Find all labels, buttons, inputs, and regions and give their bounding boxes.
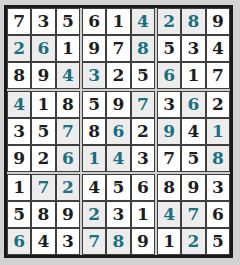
box-1: 735261894 bbox=[7, 8, 80, 89]
cell-r5c5[interactable]: 6 bbox=[106, 118, 130, 145]
cell-r9c1[interactable]: 6 bbox=[7, 228, 31, 255]
cell-r8c1[interactable]: 5 bbox=[7, 201, 31, 228]
cell-r8c5[interactable]: 3 bbox=[106, 201, 130, 228]
cell-r6c7[interactable]: 7 bbox=[157, 145, 181, 172]
cell-r3c1[interactable]: 8 bbox=[7, 62, 31, 89]
cell-r9c9[interactable]: 5 bbox=[206, 228, 230, 255]
cell-r1c2[interactable]: 3 bbox=[31, 8, 55, 35]
cell-r9c3[interactable]: 3 bbox=[56, 228, 80, 255]
box-9: 893476125 bbox=[157, 174, 230, 255]
cell-r2c8[interactable]: 3 bbox=[181, 35, 205, 62]
cell-r6c2[interactable]: 2 bbox=[31, 145, 55, 172]
cell-r3c3[interactable]: 4 bbox=[56, 62, 80, 89]
cell-r7c1[interactable]: 1 bbox=[7, 174, 31, 201]
cell-r9c5[interactable]: 8 bbox=[106, 228, 130, 255]
cell-r4c6[interactable]: 7 bbox=[131, 91, 155, 118]
cell-r8c6[interactable]: 1 bbox=[131, 201, 155, 228]
cell-r4c2[interactable]: 1 bbox=[31, 91, 55, 118]
cell-r1c1[interactable]: 7 bbox=[7, 8, 31, 35]
box-4: 418357926 bbox=[7, 91, 80, 172]
cell-r7c8[interactable]: 9 bbox=[181, 174, 205, 201]
box-6: 362941758 bbox=[157, 91, 230, 172]
cell-r4c5[interactable]: 9 bbox=[106, 91, 130, 118]
cell-r6c3[interactable]: 6 bbox=[56, 145, 80, 172]
cell-r3c2[interactable]: 9 bbox=[31, 62, 55, 89]
box-8: 456231789 bbox=[82, 174, 155, 255]
cell-r1c8[interactable]: 8 bbox=[181, 8, 205, 35]
cell-r4c8[interactable]: 6 bbox=[181, 91, 205, 118]
cell-r7c9[interactable]: 3 bbox=[206, 174, 230, 201]
cell-r5c3[interactable]: 7 bbox=[56, 118, 80, 145]
cell-r2c4[interactable]: 9 bbox=[82, 35, 106, 62]
cell-r9c6[interactable]: 9 bbox=[131, 228, 155, 255]
cell-r4c3[interactable]: 8 bbox=[56, 91, 80, 118]
cell-r5c9[interactable]: 1 bbox=[206, 118, 230, 145]
cell-r7c7[interactable]: 8 bbox=[157, 174, 181, 201]
cell-r7c3[interactable]: 2 bbox=[56, 174, 80, 201]
cell-r8c3[interactable]: 9 bbox=[56, 201, 80, 228]
cell-r5c8[interactable]: 4 bbox=[181, 118, 205, 145]
cell-r9c4[interactable]: 7 bbox=[82, 228, 106, 255]
cell-r2c5[interactable]: 7 bbox=[106, 35, 130, 62]
cell-r6c8[interactable]: 5 bbox=[181, 145, 205, 172]
cell-r7c2[interactable]: 7 bbox=[31, 174, 55, 201]
box-2: 614978325 bbox=[82, 8, 155, 89]
cell-r6c5[interactable]: 4 bbox=[106, 145, 130, 172]
cell-r4c7[interactable]: 3 bbox=[157, 91, 181, 118]
cell-r1c4[interactable]: 6 bbox=[82, 8, 106, 35]
cell-r2c7[interactable]: 5 bbox=[157, 35, 181, 62]
cell-r1c5[interactable]: 1 bbox=[106, 8, 130, 35]
cell-r3c8[interactable]: 1 bbox=[181, 62, 205, 89]
cell-r9c7[interactable]: 1 bbox=[157, 228, 181, 255]
cell-r7c4[interactable]: 4 bbox=[82, 174, 106, 201]
cell-r7c6[interactable]: 6 bbox=[131, 174, 155, 201]
cell-r3c7[interactable]: 6 bbox=[157, 62, 181, 89]
cell-r6c6[interactable]: 3 bbox=[131, 145, 155, 172]
cell-r5c6[interactable]: 2 bbox=[131, 118, 155, 145]
cell-r7c5[interactable]: 5 bbox=[106, 174, 130, 201]
cell-r8c9[interactable]: 6 bbox=[206, 201, 230, 228]
box-5: 597862143 bbox=[82, 91, 155, 172]
cell-r5c2[interactable]: 5 bbox=[31, 118, 55, 145]
cell-r5c7[interactable]: 9 bbox=[157, 118, 181, 145]
cell-r6c4[interactable]: 1 bbox=[82, 145, 106, 172]
cell-r3c4[interactable]: 3 bbox=[82, 62, 106, 89]
cell-r6c1[interactable]: 9 bbox=[7, 145, 31, 172]
cell-r8c8[interactable]: 7 bbox=[181, 201, 205, 228]
cell-r1c3[interactable]: 5 bbox=[56, 8, 80, 35]
box-7: 172589643 bbox=[7, 174, 80, 255]
cell-r9c2[interactable]: 4 bbox=[31, 228, 55, 255]
cell-r3c6[interactable]: 5 bbox=[131, 62, 155, 89]
cell-r2c1[interactable]: 2 bbox=[7, 35, 31, 62]
cell-r2c2[interactable]: 6 bbox=[31, 35, 55, 62]
cell-r4c1[interactable]: 4 bbox=[7, 91, 31, 118]
cell-r9c8[interactable]: 2 bbox=[181, 228, 205, 255]
cell-r2c6[interactable]: 8 bbox=[131, 35, 155, 62]
cell-r8c7[interactable]: 4 bbox=[157, 201, 181, 228]
cell-r1c9[interactable]: 9 bbox=[206, 8, 230, 35]
cell-r2c9[interactable]: 4 bbox=[206, 35, 230, 62]
cell-r8c2[interactable]: 8 bbox=[31, 201, 55, 228]
cell-r3c9[interactable]: 7 bbox=[206, 62, 230, 89]
cell-r1c7[interactable]: 2 bbox=[157, 8, 181, 35]
cell-r5c4[interactable]: 8 bbox=[82, 118, 106, 145]
cell-r1c6[interactable]: 4 bbox=[131, 8, 155, 35]
sudoku-board: 7352618946149783252895346174183579265978… bbox=[4, 5, 233, 258]
cell-r8c4[interactable]: 2 bbox=[82, 201, 106, 228]
cell-r4c9[interactable]: 2 bbox=[206, 91, 230, 118]
cell-r5c1[interactable]: 3 bbox=[7, 118, 31, 145]
cell-r3c5[interactable]: 2 bbox=[106, 62, 130, 89]
cell-r2c3[interactable]: 1 bbox=[56, 35, 80, 62]
cell-r4c4[interactable]: 5 bbox=[82, 91, 106, 118]
cell-r6c9[interactable]: 8 bbox=[206, 145, 230, 172]
box-3: 289534617 bbox=[157, 8, 230, 89]
